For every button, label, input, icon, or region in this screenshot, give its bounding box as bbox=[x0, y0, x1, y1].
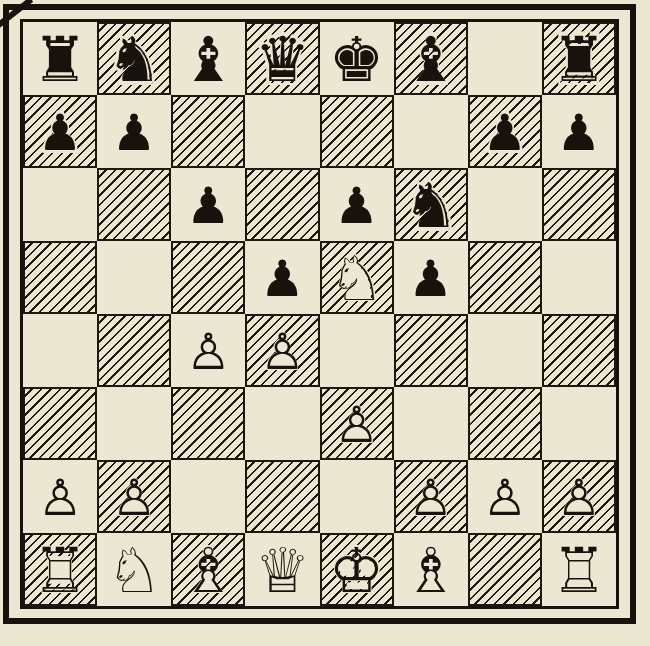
white-pawn-h2[interactable]: ♟♙ bbox=[542, 460, 616, 533]
board-inner-frame: ♜♜♞♞♝♝♛♛♚♚♝♝♜♜♟♟♟♟♟♟♟♟♟♟♟♟♞♞♟♟♞♘♟♟♟♙♟♙♟♙… bbox=[20, 19, 619, 609]
square-e4[interactable] bbox=[320, 314, 394, 387]
white-bishop-c1[interactable]: ♝♗ bbox=[171, 533, 245, 606]
black-queen-icon: ♛ bbox=[255, 29, 311, 91]
square-g5[interactable] bbox=[468, 241, 542, 314]
square-f1[interactable]: ♝♗ bbox=[394, 533, 468, 606]
white-rook-icon: ♖ bbox=[32, 540, 88, 602]
square-c2[interactable] bbox=[171, 460, 245, 533]
square-f2[interactable]: ♟♙ bbox=[394, 460, 468, 533]
square-c7[interactable] bbox=[171, 95, 245, 168]
white-pawn-e3[interactable]: ♟♙ bbox=[320, 387, 394, 460]
square-b1[interactable]: ♞♘ bbox=[97, 533, 171, 606]
square-f6[interactable]: ♞♞ bbox=[394, 168, 468, 241]
square-b5[interactable] bbox=[97, 241, 171, 314]
white-rook-icon: ♖ bbox=[551, 540, 607, 602]
square-a5[interactable] bbox=[23, 241, 97, 314]
square-f3[interactable] bbox=[394, 387, 468, 460]
white-pawn-a2[interactable]: ♟♙ bbox=[23, 460, 97, 533]
square-e2[interactable] bbox=[320, 460, 394, 533]
white-pawn-icon: ♙ bbox=[408, 473, 453, 523]
white-pawn-d4[interactable]: ♟♙ bbox=[245, 314, 319, 387]
square-a3[interactable] bbox=[23, 387, 97, 460]
black-pawn-a7[interactable]: ♟♟ bbox=[23, 95, 97, 168]
white-rook-a1[interactable]: ♜♖ bbox=[23, 533, 97, 606]
black-pawn-icon: ♟ bbox=[557, 108, 602, 158]
black-pawn-f5[interactable]: ♟♟ bbox=[394, 241, 468, 314]
black-pawn-e6[interactable]: ♟♟ bbox=[320, 168, 394, 241]
black-rook-h8[interactable]: ♜♜ bbox=[542, 22, 616, 95]
square-e5[interactable]: ♞♘ bbox=[320, 241, 394, 314]
black-pawn-icon: ♟ bbox=[482, 108, 527, 158]
black-pawn-icon: ♟ bbox=[260, 254, 305, 304]
black-king-e8[interactable]: ♚♚ bbox=[320, 22, 394, 95]
square-d5[interactable]: ♟♟ bbox=[245, 241, 319, 314]
white-pawn-icon: ♙ bbox=[557, 473, 602, 523]
white-queen-d1[interactable]: ♛♕ bbox=[245, 533, 319, 606]
black-rook-a8[interactable]: ♜♜ bbox=[23, 22, 97, 95]
square-e8[interactable]: ♚♚ bbox=[320, 22, 394, 95]
square-a6[interactable] bbox=[23, 168, 97, 241]
square-e7[interactable] bbox=[320, 95, 394, 168]
square-g6[interactable] bbox=[468, 168, 542, 241]
white-bishop-icon: ♗ bbox=[403, 540, 459, 602]
square-h8[interactable]: ♜♜ bbox=[542, 22, 616, 95]
square-b4[interactable] bbox=[97, 314, 171, 387]
black-knight-b8[interactable]: ♞♞ bbox=[97, 22, 171, 95]
square-f8[interactable]: ♝♝ bbox=[394, 22, 468, 95]
square-h5[interactable] bbox=[542, 241, 616, 314]
square-d4[interactable]: ♟♙ bbox=[245, 314, 319, 387]
black-rook-icon: ♜ bbox=[32, 29, 88, 91]
white-pawn-icon: ♙ bbox=[38, 473, 83, 523]
black-bishop-c8[interactable]: ♝♝ bbox=[171, 22, 245, 95]
square-h2[interactable]: ♟♙ bbox=[542, 460, 616, 533]
white-pawn-icon: ♙ bbox=[112, 473, 157, 523]
white-queen-icon: ♕ bbox=[255, 540, 311, 602]
square-e3[interactable]: ♟♙ bbox=[320, 387, 394, 460]
square-d7[interactable] bbox=[245, 95, 319, 168]
square-g7[interactable]: ♟♟ bbox=[468, 95, 542, 168]
square-f7[interactable] bbox=[394, 95, 468, 168]
square-a2[interactable]: ♟♙ bbox=[23, 460, 97, 533]
square-d6[interactable] bbox=[245, 168, 319, 241]
black-pawn-d5[interactable]: ♟♟ bbox=[245, 241, 319, 314]
white-bishop-icon: ♗ bbox=[181, 540, 237, 602]
white-pawn-b2[interactable]: ♟♙ bbox=[97, 460, 171, 533]
square-c4[interactable]: ♟♙ bbox=[171, 314, 245, 387]
square-g4[interactable] bbox=[468, 314, 542, 387]
square-c5[interactable] bbox=[171, 241, 245, 314]
square-g1[interactable] bbox=[468, 533, 542, 606]
white-king-e1[interactable]: ♚♔ bbox=[320, 533, 394, 606]
white-pawn-icon: ♙ bbox=[482, 473, 527, 523]
square-h4[interactable] bbox=[542, 314, 616, 387]
square-d8[interactable]: ♛♛ bbox=[245, 22, 319, 95]
square-b3[interactable] bbox=[97, 387, 171, 460]
black-pawn-icon: ♟ bbox=[334, 181, 379, 231]
square-b7[interactable]: ♟♟ bbox=[97, 95, 171, 168]
square-f5[interactable]: ♟♟ bbox=[394, 241, 468, 314]
white-pawn-g2[interactable]: ♟♙ bbox=[468, 460, 542, 533]
square-a7[interactable]: ♟♟ bbox=[23, 95, 97, 168]
black-knight-icon: ♞ bbox=[403, 175, 459, 237]
square-c1[interactable]: ♝♗ bbox=[171, 533, 245, 606]
white-knight-e5[interactable]: ♞♘ bbox=[320, 241, 394, 314]
square-g2[interactable]: ♟♙ bbox=[468, 460, 542, 533]
square-c3[interactable] bbox=[171, 387, 245, 460]
black-pawn-icon: ♟ bbox=[38, 108, 83, 158]
square-e1[interactable]: ♚♔ bbox=[320, 533, 394, 606]
black-pawn-icon: ♟ bbox=[112, 108, 157, 158]
square-d3[interactable] bbox=[245, 387, 319, 460]
square-h1[interactable]: ♜♖ bbox=[542, 533, 616, 606]
black-king-icon: ♚ bbox=[329, 29, 385, 91]
square-f4[interactable] bbox=[394, 314, 468, 387]
black-pawn-b7[interactable]: ♟♟ bbox=[97, 95, 171, 168]
square-b2[interactable]: ♟♙ bbox=[97, 460, 171, 533]
black-pawn-h7[interactable]: ♟♟ bbox=[542, 95, 616, 168]
square-e6[interactable]: ♟♟ bbox=[320, 168, 394, 241]
square-a8[interactable]: ♜♜ bbox=[23, 22, 97, 95]
square-c6[interactable]: ♟♟ bbox=[171, 168, 245, 241]
square-c8[interactable]: ♝♝ bbox=[171, 22, 245, 95]
black-knight-f6[interactable]: ♞♞ bbox=[394, 168, 468, 241]
square-a1[interactable]: ♜♖ bbox=[23, 533, 97, 606]
black-bishop-f8[interactable]: ♝♝ bbox=[394, 22, 468, 95]
square-d2[interactable] bbox=[245, 460, 319, 533]
white-bishop-f1[interactable]: ♝♗ bbox=[394, 533, 468, 606]
board: ♜♜♞♞♝♝♛♛♚♚♝♝♜♜♟♟♟♟♟♟♟♟♟♟♟♟♞♞♟♟♞♘♟♟♟♙♟♙♟♙… bbox=[23, 22, 616, 606]
white-knight-icon: ♘ bbox=[106, 540, 162, 602]
white-pawn-icon: ♙ bbox=[260, 327, 305, 377]
black-pawn-icon: ♟ bbox=[186, 181, 231, 231]
square-g8[interactable] bbox=[468, 22, 542, 95]
white-pawn-f2[interactable]: ♟♙ bbox=[394, 460, 468, 533]
square-d1[interactable]: ♛♕ bbox=[245, 533, 319, 606]
white-knight-b1[interactable]: ♞♘ bbox=[97, 533, 171, 606]
black-pawn-icon: ♟ bbox=[408, 254, 453, 304]
black-knight-icon: ♞ bbox=[106, 29, 162, 91]
white-knight-icon: ♘ bbox=[329, 248, 385, 310]
board-outer-frame: ♜♜♞♞♝♝♛♛♚♚♝♝♜♜♟♟♟♟♟♟♟♟♟♟♟♟♞♞♟♟♞♘♟♟♟♙♟♙♟♙… bbox=[3, 4, 636, 624]
square-b6[interactable] bbox=[97, 168, 171, 241]
square-h3[interactable] bbox=[542, 387, 616, 460]
white-pawn-icon: ♙ bbox=[334, 400, 379, 450]
white-rook-h1[interactable]: ♜♖ bbox=[542, 533, 616, 606]
square-a4[interactable] bbox=[23, 314, 97, 387]
square-b8[interactable]: ♞♞ bbox=[97, 22, 171, 95]
white-king-icon: ♔ bbox=[329, 540, 385, 602]
diagram-page: ♜♜♞♞♝♝♛♛♚♚♝♝♜♜♟♟♟♟♟♟♟♟♟♟♟♟♞♞♟♟♞♘♟♟♟♙♟♙♟♙… bbox=[0, 0, 650, 646]
white-pawn-icon: ♙ bbox=[186, 327, 231, 377]
black-rook-icon: ♜ bbox=[551, 29, 607, 91]
black-pawn-c6[interactable]: ♟♟ bbox=[171, 168, 245, 241]
white-pawn-c4[interactable]: ♟♙ bbox=[171, 314, 245, 387]
black-bishop-icon: ♝ bbox=[403, 29, 459, 91]
black-queen-d8[interactable]: ♛♛ bbox=[245, 22, 319, 95]
square-g3[interactable] bbox=[468, 387, 542, 460]
black-pawn-g7[interactable]: ♟♟ bbox=[468, 95, 542, 168]
square-h7[interactable]: ♟♟ bbox=[542, 95, 616, 168]
black-bishop-icon: ♝ bbox=[181, 29, 237, 91]
square-h6[interactable] bbox=[542, 168, 616, 241]
